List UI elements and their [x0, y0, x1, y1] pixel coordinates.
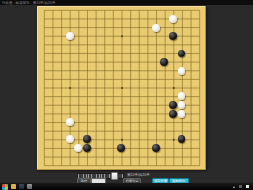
stone-white: [152, 24, 160, 32]
folder-icon[interactable]: [11, 184, 16, 189]
title-bar: 对弈室 - 棋谱回放 - 第20手/共20手: [0, 0, 253, 5]
stone-black: [152, 144, 160, 152]
stone-black: [178, 50, 186, 58]
stone-white: [178, 67, 186, 75]
stone-black: [178, 135, 186, 143]
stone-black: [83, 135, 91, 143]
stone-white: [178, 110, 186, 118]
start-button-icon[interactable]: [2, 184, 8, 190]
stone-white: [66, 135, 74, 143]
stones-layer: [40, 6, 203, 169]
board-grid-area: [40, 6, 203, 169]
stone-black: [83, 144, 91, 152]
stone-black: [169, 101, 177, 109]
stone-black: [117, 144, 125, 152]
stone-white: [66, 32, 74, 40]
review-controls: 第20手/共20手 跳转 棋谱信息 保存棋谱 返回房间: [0, 170, 253, 183]
stone-white: [178, 92, 186, 100]
app-icon-gray[interactable]: [27, 184, 32, 189]
stone-white: [178, 101, 186, 109]
stone-black: [169, 32, 177, 40]
go-client-window: 对弈室 - 棋谱回放 - 第20手/共20手 第20手/共20手 跳转 棋谱信息…: [0, 0, 253, 190]
tray-icon-white[interactable]: [246, 185, 249, 188]
go-board[interactable]: [37, 6, 206, 170]
title-text: 对弈室 - 棋谱回放 - 第20手/共20手: [2, 1, 55, 5]
app-icon-dark[interactable]: [19, 184, 24, 189]
tray-icon-dark[interactable]: [239, 185, 242, 188]
windows-taskbar: [0, 183, 253, 190]
stone-black: [169, 110, 177, 118]
tray-caret-up-icon[interactable]: [233, 186, 235, 188]
stone-black: [160, 58, 168, 66]
stone-white: [66, 118, 74, 126]
move-slider-handle[interactable]: [111, 172, 118, 179]
stone-white: [74, 144, 82, 152]
stone-white: [169, 15, 177, 23]
move-counter-label: 第20手/共20手: [127, 173, 150, 177]
